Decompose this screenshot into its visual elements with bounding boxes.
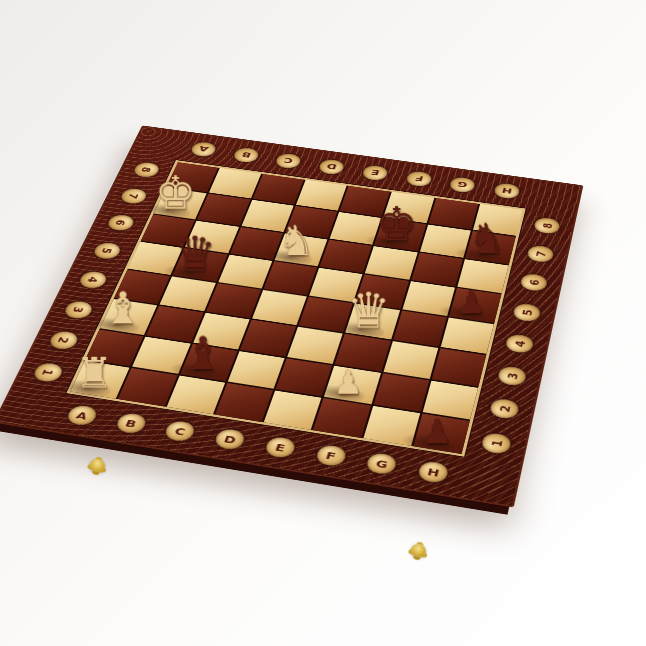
square-f1 bbox=[313, 398, 371, 438]
square-d3 bbox=[240, 320, 296, 357]
coord-label-6-right: 6 bbox=[518, 272, 550, 293]
piece-black-pawn-h1: ♟ bbox=[423, 415, 453, 449]
square-g2 bbox=[373, 373, 429, 412]
coord-label-1-right: 1 bbox=[479, 431, 514, 456]
piece-white-pawn-f2: ♟ bbox=[333, 366, 362, 399]
coord-label-g-top: G bbox=[447, 175, 477, 194]
coord-label-7-right: 7 bbox=[525, 243, 556, 264]
square-d2 bbox=[228, 351, 285, 389]
coord-label-a-bottom: A bbox=[63, 403, 101, 428]
coord-label-f-bottom: F bbox=[313, 443, 349, 469]
piece-black-king-f7: ♚ bbox=[376, 200, 418, 247]
coord-label-b-bottom: B bbox=[112, 411, 149, 436]
coord-label-e-top: E bbox=[360, 164, 391, 183]
coord-label-5-left: 5 bbox=[90, 241, 124, 261]
piece-black-queen-b5: ♛ bbox=[174, 230, 217, 277]
square-c5 bbox=[218, 255, 272, 289]
square-f6 bbox=[365, 246, 417, 280]
square-e4 bbox=[298, 297, 353, 333]
square-c8 bbox=[252, 174, 303, 205]
coord-label-d-top: D bbox=[316, 158, 347, 177]
square-f7: ♚ bbox=[375, 218, 426, 250]
square-f2: ♟ bbox=[324, 365, 380, 403]
brass-clasp-right bbox=[410, 542, 428, 558]
piece-white-king-a7: ♚ bbox=[155, 169, 196, 215]
square-e7 bbox=[330, 212, 382, 244]
piece-white-bishop-a3: ♝ bbox=[103, 286, 142, 330]
piece-white-knight-d6: ♞ bbox=[278, 221, 315, 262]
square-e3 bbox=[287, 327, 343, 364]
square-d1 bbox=[215, 383, 273, 422]
coord-label-3-left: 3 bbox=[61, 299, 97, 321]
square-g4 bbox=[393, 311, 447, 347]
square-g7 bbox=[420, 225, 471, 258]
photo-background: ABCDEFGH ABCDEFGH 87654321 87654321 ♚♚♞♞… bbox=[0, 0, 646, 646]
coord-label-d-bottom: D bbox=[212, 427, 249, 452]
coord-label-6-left: 6 bbox=[104, 213, 138, 233]
square-h4 bbox=[440, 318, 493, 354]
coord-label-e-bottom: E bbox=[262, 435, 299, 460]
square-d8 bbox=[296, 180, 347, 211]
coord-label-b-top: B bbox=[230, 146, 261, 164]
coord-label-8-right: 8 bbox=[532, 216, 562, 236]
square-h1: ♟ bbox=[413, 413, 470, 454]
piece-white-queen-f4: ♛ bbox=[346, 286, 390, 335]
square-d6: ♞ bbox=[274, 233, 327, 266]
coord-label-c-top: C bbox=[273, 152, 304, 170]
square-a1: ♜ bbox=[70, 360, 130, 398]
coord-label-a-top: A bbox=[188, 140, 220, 158]
square-f4: ♛ bbox=[345, 304, 399, 340]
square-e2 bbox=[276, 358, 333, 396]
square-g3 bbox=[383, 341, 438, 378]
coord-label-f-top: F bbox=[403, 169, 434, 188]
coord-label-4-right: 4 bbox=[503, 332, 536, 355]
square-c2: ♝ bbox=[180, 344, 238, 382]
square-d5 bbox=[263, 261, 317, 295]
coord-label-h-top: H bbox=[492, 181, 522, 200]
coord-label-5-right: 5 bbox=[511, 302, 543, 324]
square-g6 bbox=[411, 252, 463, 286]
square-h5: ♟ bbox=[449, 288, 501, 323]
piece-black-bishop-c2: ♝ bbox=[183, 331, 223, 376]
coord-label-g-bottom: G bbox=[364, 451, 400, 477]
piece-white-rook-a1: ♜ bbox=[75, 351, 113, 393]
square-e6 bbox=[320, 239, 373, 272]
chess-board: ABCDEFGH ABCDEFGH 87654321 87654321 ♚♚♞♞… bbox=[0, 125, 583, 507]
square-e1 bbox=[264, 390, 322, 430]
piece-black-knight-h7: ♞ bbox=[469, 218, 506, 259]
piece-black-pawn-h5: ♟ bbox=[458, 287, 486, 318]
coord-label-3-right: 3 bbox=[495, 364, 528, 388]
square-h7: ♞ bbox=[465, 231, 516, 264]
coord-label-h-bottom: H bbox=[415, 459, 451, 485]
brass-clasp-left bbox=[89, 457, 107, 473]
square-d4 bbox=[252, 290, 307, 325]
coord-label-c-bottom: C bbox=[162, 419, 199, 444]
square-h3 bbox=[432, 348, 487, 386]
square-g5 bbox=[402, 281, 455, 316]
square-c4 bbox=[206, 283, 261, 318]
coord-label-2-right: 2 bbox=[487, 397, 521, 421]
